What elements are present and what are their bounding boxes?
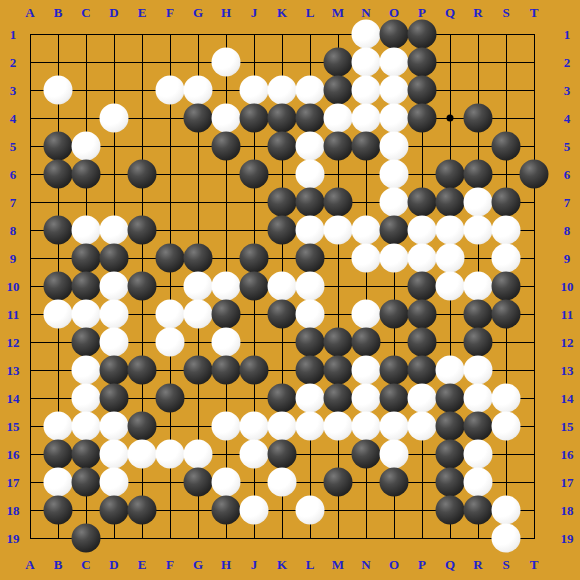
white-stone[interactable] xyxy=(268,76,297,105)
white-stone[interactable] xyxy=(352,76,381,105)
white-stone[interactable] xyxy=(380,76,409,105)
column-label-bottom: H xyxy=(221,558,231,571)
black-stone[interactable] xyxy=(128,272,157,301)
black-stone[interactable] xyxy=(324,188,353,217)
white-stone[interactable] xyxy=(240,76,269,105)
black-stone[interactable] xyxy=(324,384,353,413)
black-stone[interactable] xyxy=(240,160,269,189)
go-board[interactable]: AABBCCDDEEFFGGHHJJKKLLMMNNOOPPQQRRSSTT11… xyxy=(0,0,580,580)
black-stone[interactable] xyxy=(464,412,493,441)
white-stone[interactable] xyxy=(72,384,101,413)
column-label-top: M xyxy=(332,6,344,19)
column-label-top: K xyxy=(277,6,287,19)
row-label-right: 12 xyxy=(561,336,574,349)
black-stone[interactable] xyxy=(212,356,241,385)
column-label-bottom: M xyxy=(332,558,344,571)
black-stone[interactable] xyxy=(296,188,325,217)
black-stone[interactable] xyxy=(408,356,437,385)
white-stone[interactable] xyxy=(212,412,241,441)
column-label-top: S xyxy=(502,6,509,19)
white-stone[interactable] xyxy=(436,272,465,301)
black-stone[interactable] xyxy=(464,496,493,525)
white-stone[interactable] xyxy=(100,328,129,357)
black-stone[interactable] xyxy=(100,496,129,525)
row-label-right: 17 xyxy=(561,476,574,489)
white-stone[interactable] xyxy=(72,300,101,329)
white-stone[interactable] xyxy=(296,76,325,105)
white-stone[interactable] xyxy=(100,468,129,497)
white-stone[interactable] xyxy=(464,384,493,413)
black-stone[interactable] xyxy=(128,412,157,441)
white-stone[interactable] xyxy=(296,216,325,245)
black-stone[interactable] xyxy=(128,160,157,189)
white-stone[interactable] xyxy=(492,412,521,441)
black-stone[interactable] xyxy=(100,244,129,273)
black-stone[interactable] xyxy=(44,440,73,469)
white-stone[interactable] xyxy=(492,496,521,525)
black-stone[interactable] xyxy=(268,384,297,413)
white-stone[interactable] xyxy=(72,132,101,161)
black-stone[interactable] xyxy=(380,384,409,413)
black-stone[interactable] xyxy=(464,300,493,329)
row-label-right: 14 xyxy=(561,392,574,405)
black-stone[interactable] xyxy=(128,356,157,385)
black-stone[interactable] xyxy=(268,300,297,329)
white-stone[interactable] xyxy=(352,48,381,77)
white-stone[interactable] xyxy=(100,412,129,441)
grid-vline xyxy=(30,34,31,539)
row-label-left: 3 xyxy=(10,84,17,97)
black-stone[interactable] xyxy=(268,132,297,161)
white-stone[interactable] xyxy=(156,328,185,357)
black-stone[interactable] xyxy=(240,272,269,301)
column-label-top: N xyxy=(361,6,370,19)
black-stone[interactable] xyxy=(44,496,73,525)
column-label-top: E xyxy=(138,6,147,19)
column-label-top: Q xyxy=(445,6,455,19)
white-stone[interactable] xyxy=(492,216,521,245)
column-label-bottom: A xyxy=(25,558,34,571)
black-stone[interactable] xyxy=(44,160,73,189)
black-stone[interactable] xyxy=(408,272,437,301)
white-stone[interactable] xyxy=(44,76,73,105)
white-stone[interactable] xyxy=(296,132,325,161)
white-stone[interactable] xyxy=(156,440,185,469)
white-stone[interactable] xyxy=(44,412,73,441)
black-stone[interactable] xyxy=(268,188,297,217)
column-label-bottom: N xyxy=(361,558,370,571)
black-stone[interactable] xyxy=(184,104,213,133)
white-stone[interactable] xyxy=(408,412,437,441)
white-stone[interactable] xyxy=(240,440,269,469)
column-label-bottom: E xyxy=(138,558,147,571)
black-stone[interactable] xyxy=(72,440,101,469)
black-stone[interactable] xyxy=(408,104,437,133)
white-stone[interactable] xyxy=(464,468,493,497)
white-stone[interactable] xyxy=(184,440,213,469)
column-label-top: J xyxy=(251,6,258,19)
white-stone[interactable] xyxy=(380,132,409,161)
column-label-bottom: K xyxy=(277,558,287,571)
black-stone[interactable] xyxy=(408,328,437,357)
white-stone[interactable] xyxy=(352,356,381,385)
white-stone[interactable] xyxy=(380,412,409,441)
white-stone[interactable] xyxy=(44,300,73,329)
black-stone[interactable] xyxy=(436,188,465,217)
white-stone[interactable] xyxy=(296,496,325,525)
white-stone[interactable] xyxy=(324,104,353,133)
black-stone[interactable] xyxy=(100,384,129,413)
white-stone[interactable] xyxy=(184,300,213,329)
row-label-right: 2 xyxy=(564,56,571,69)
white-stone[interactable] xyxy=(212,328,241,357)
column-label-bottom: C xyxy=(81,558,90,571)
row-label-left: 15 xyxy=(7,420,20,433)
white-stone[interactable] xyxy=(296,300,325,329)
black-stone[interactable] xyxy=(436,412,465,441)
row-label-left: 16 xyxy=(7,448,20,461)
black-stone[interactable] xyxy=(296,328,325,357)
row-label-left: 13 xyxy=(7,364,20,377)
column-label-bottom: J xyxy=(251,558,258,571)
white-stone[interactable] xyxy=(352,244,381,273)
column-label-top: D xyxy=(109,6,118,19)
row-label-left: 5 xyxy=(10,140,17,153)
black-stone[interactable] xyxy=(268,216,297,245)
black-stone[interactable] xyxy=(436,468,465,497)
black-stone[interactable] xyxy=(156,244,185,273)
white-stone[interactable] xyxy=(100,440,129,469)
column-label-bottom: B xyxy=(54,558,63,571)
column-label-top: G xyxy=(193,6,203,19)
column-label-bottom: L xyxy=(306,558,315,571)
black-stone[interactable] xyxy=(436,160,465,189)
white-stone[interactable] xyxy=(380,48,409,77)
black-stone[interactable] xyxy=(128,496,157,525)
column-label-bottom: P xyxy=(418,558,426,571)
white-stone[interactable] xyxy=(408,244,437,273)
white-stone[interactable] xyxy=(380,104,409,133)
column-label-top: P xyxy=(418,6,426,19)
black-stone[interactable] xyxy=(296,104,325,133)
white-stone[interactable] xyxy=(352,216,381,245)
black-stone[interactable] xyxy=(240,244,269,273)
black-stone[interactable] xyxy=(492,188,521,217)
black-stone[interactable] xyxy=(72,160,101,189)
row-label-left: 1 xyxy=(10,28,17,41)
white-stone[interactable] xyxy=(268,272,297,301)
black-stone[interactable] xyxy=(296,244,325,273)
white-stone[interactable] xyxy=(296,160,325,189)
black-stone[interactable] xyxy=(156,384,185,413)
column-label-bottom: D xyxy=(109,558,118,571)
white-stone[interactable] xyxy=(464,188,493,217)
row-label-right: 10 xyxy=(561,280,574,293)
row-label-left: 9 xyxy=(10,252,17,265)
column-label-top: B xyxy=(54,6,63,19)
black-stone[interactable] xyxy=(380,20,409,49)
black-stone[interactable] xyxy=(324,76,353,105)
white-stone[interactable] xyxy=(268,412,297,441)
black-stone[interactable] xyxy=(72,272,101,301)
column-label-bottom: O xyxy=(389,558,399,571)
black-stone[interactable] xyxy=(408,48,437,77)
row-label-right: 9 xyxy=(564,252,571,265)
white-stone[interactable] xyxy=(352,300,381,329)
white-stone[interactable] xyxy=(464,440,493,469)
row-label-left: 2 xyxy=(10,56,17,69)
column-label-bottom: G xyxy=(193,558,203,571)
black-stone[interactable] xyxy=(352,440,381,469)
white-stone[interactable] xyxy=(352,104,381,133)
black-stone[interactable] xyxy=(408,300,437,329)
row-label-right: 19 xyxy=(561,532,574,545)
black-stone[interactable] xyxy=(184,468,213,497)
row-label-right: 6 xyxy=(564,168,571,181)
row-label-right: 3 xyxy=(564,84,571,97)
white-stone[interactable] xyxy=(100,216,129,245)
white-stone[interactable] xyxy=(408,216,437,245)
black-stone[interactable] xyxy=(324,48,353,77)
white-stone[interactable] xyxy=(184,76,213,105)
white-stone[interactable] xyxy=(296,272,325,301)
black-stone[interactable] xyxy=(352,328,381,357)
white-stone[interactable] xyxy=(352,20,381,49)
row-label-left: 14 xyxy=(7,392,20,405)
white-stone[interactable] xyxy=(100,300,129,329)
white-stone[interactable] xyxy=(44,468,73,497)
column-label-top: A xyxy=(25,6,34,19)
white-stone[interactable] xyxy=(72,356,101,385)
row-label-left: 12 xyxy=(7,336,20,349)
black-stone[interactable] xyxy=(408,20,437,49)
black-stone[interactable] xyxy=(296,356,325,385)
black-stone[interactable] xyxy=(436,440,465,469)
black-stone[interactable] xyxy=(324,132,353,161)
black-stone[interactable] xyxy=(520,160,549,189)
row-label-right: 5 xyxy=(564,140,571,153)
black-stone[interactable] xyxy=(44,272,73,301)
white-stone[interactable] xyxy=(464,216,493,245)
black-stone[interactable] xyxy=(352,132,381,161)
black-stone[interactable] xyxy=(408,76,437,105)
black-stone[interactable] xyxy=(44,216,73,245)
white-stone[interactable] xyxy=(352,384,381,413)
black-stone[interactable] xyxy=(492,132,521,161)
row-label-right: 11 xyxy=(561,308,573,321)
black-stone[interactable] xyxy=(380,356,409,385)
black-stone[interactable] xyxy=(464,104,493,133)
row-label-left: 4 xyxy=(10,112,17,125)
white-stone[interactable] xyxy=(240,496,269,525)
white-stone[interactable] xyxy=(72,216,101,245)
black-stone[interactable] xyxy=(240,356,269,385)
white-stone[interactable] xyxy=(268,468,297,497)
white-stone[interactable] xyxy=(492,244,521,273)
white-stone[interactable] xyxy=(128,440,157,469)
black-stone[interactable] xyxy=(408,188,437,217)
column-label-top: L xyxy=(306,6,315,19)
white-stone[interactable] xyxy=(72,412,101,441)
white-stone[interactable] xyxy=(464,272,493,301)
grid-vline xyxy=(534,34,535,539)
column-label-bottom: Q xyxy=(445,558,455,571)
white-stone[interactable] xyxy=(352,412,381,441)
white-stone[interactable] xyxy=(212,468,241,497)
black-stone[interactable] xyxy=(72,328,101,357)
row-label-left: 7 xyxy=(10,196,17,209)
row-label-right: 15 xyxy=(561,420,574,433)
white-stone[interactable] xyxy=(100,272,129,301)
white-stone[interactable] xyxy=(380,160,409,189)
row-label-right: 16 xyxy=(561,448,574,461)
row-label-left: 17 xyxy=(7,476,20,489)
row-label-left: 19 xyxy=(7,532,20,545)
column-label-top: T xyxy=(530,6,539,19)
white-stone[interactable] xyxy=(212,104,241,133)
column-label-bottom: S xyxy=(502,558,509,571)
black-stone[interactable] xyxy=(72,244,101,273)
white-stone[interactable] xyxy=(184,272,213,301)
column-label-bottom: F xyxy=(166,558,174,571)
black-stone[interactable] xyxy=(212,132,241,161)
white-stone[interactable] xyxy=(296,412,325,441)
white-stone[interactable] xyxy=(464,356,493,385)
white-stone[interactable] xyxy=(100,104,129,133)
black-stone[interactable] xyxy=(380,468,409,497)
black-stone[interactable] xyxy=(464,328,493,357)
black-stone[interactable] xyxy=(324,328,353,357)
black-stone[interactable] xyxy=(324,356,353,385)
white-stone[interactable] xyxy=(408,384,437,413)
column-label-bottom: R xyxy=(473,558,482,571)
white-stone[interactable] xyxy=(240,412,269,441)
white-stone[interactable] xyxy=(492,524,521,553)
white-stone[interactable] xyxy=(324,216,353,245)
black-stone[interactable] xyxy=(380,216,409,245)
black-stone[interactable] xyxy=(268,104,297,133)
column-label-top: H xyxy=(221,6,231,19)
black-stone[interactable] xyxy=(380,300,409,329)
white-stone[interactable] xyxy=(156,76,185,105)
black-stone[interactable] xyxy=(436,496,465,525)
black-stone[interactable] xyxy=(212,300,241,329)
black-stone[interactable] xyxy=(268,440,297,469)
white-stone[interactable] xyxy=(436,356,465,385)
black-stone[interactable] xyxy=(128,216,157,245)
black-stone[interactable] xyxy=(184,244,213,273)
black-stone[interactable] xyxy=(240,104,269,133)
column-label-top: R xyxy=(473,6,482,19)
black-stone[interactable] xyxy=(72,468,101,497)
black-stone[interactable] xyxy=(100,356,129,385)
row-label-left: 11 xyxy=(7,308,19,321)
row-label-right: 18 xyxy=(561,504,574,517)
white-stone[interactable] xyxy=(436,216,465,245)
row-label-left: 8 xyxy=(10,224,17,237)
white-stone[interactable] xyxy=(324,412,353,441)
black-stone[interactable] xyxy=(212,496,241,525)
row-label-left: 10 xyxy=(7,280,20,293)
white-stone[interactable] xyxy=(380,440,409,469)
row-label-right: 8 xyxy=(564,224,571,237)
row-label-left: 6 xyxy=(10,168,17,181)
row-label-left: 18 xyxy=(7,504,20,517)
row-label-right: 1 xyxy=(564,28,571,41)
black-stone[interactable] xyxy=(436,384,465,413)
white-stone[interactable] xyxy=(436,244,465,273)
white-stone[interactable] xyxy=(212,48,241,77)
black-stone[interactable] xyxy=(464,160,493,189)
column-label-bottom: T xyxy=(530,558,539,571)
row-label-right: 7 xyxy=(564,196,571,209)
black-stone[interactable] xyxy=(184,356,213,385)
star-point xyxy=(447,115,454,122)
column-label-top: C xyxy=(81,6,90,19)
white-stone[interactable] xyxy=(380,244,409,273)
row-label-right: 13 xyxy=(561,364,574,377)
black-stone[interactable] xyxy=(492,300,521,329)
black-stone[interactable] xyxy=(492,272,521,301)
white-stone[interactable] xyxy=(212,272,241,301)
column-label-top: F xyxy=(166,6,174,19)
white-stone[interactable] xyxy=(492,384,521,413)
white-stone[interactable] xyxy=(296,384,325,413)
white-stone[interactable] xyxy=(156,300,185,329)
black-stone[interactable] xyxy=(72,524,101,553)
column-label-top: O xyxy=(389,6,399,19)
black-stone[interactable] xyxy=(324,468,353,497)
row-label-right: 4 xyxy=(564,112,571,125)
white-stone[interactable] xyxy=(380,188,409,217)
black-stone[interactable] xyxy=(44,132,73,161)
